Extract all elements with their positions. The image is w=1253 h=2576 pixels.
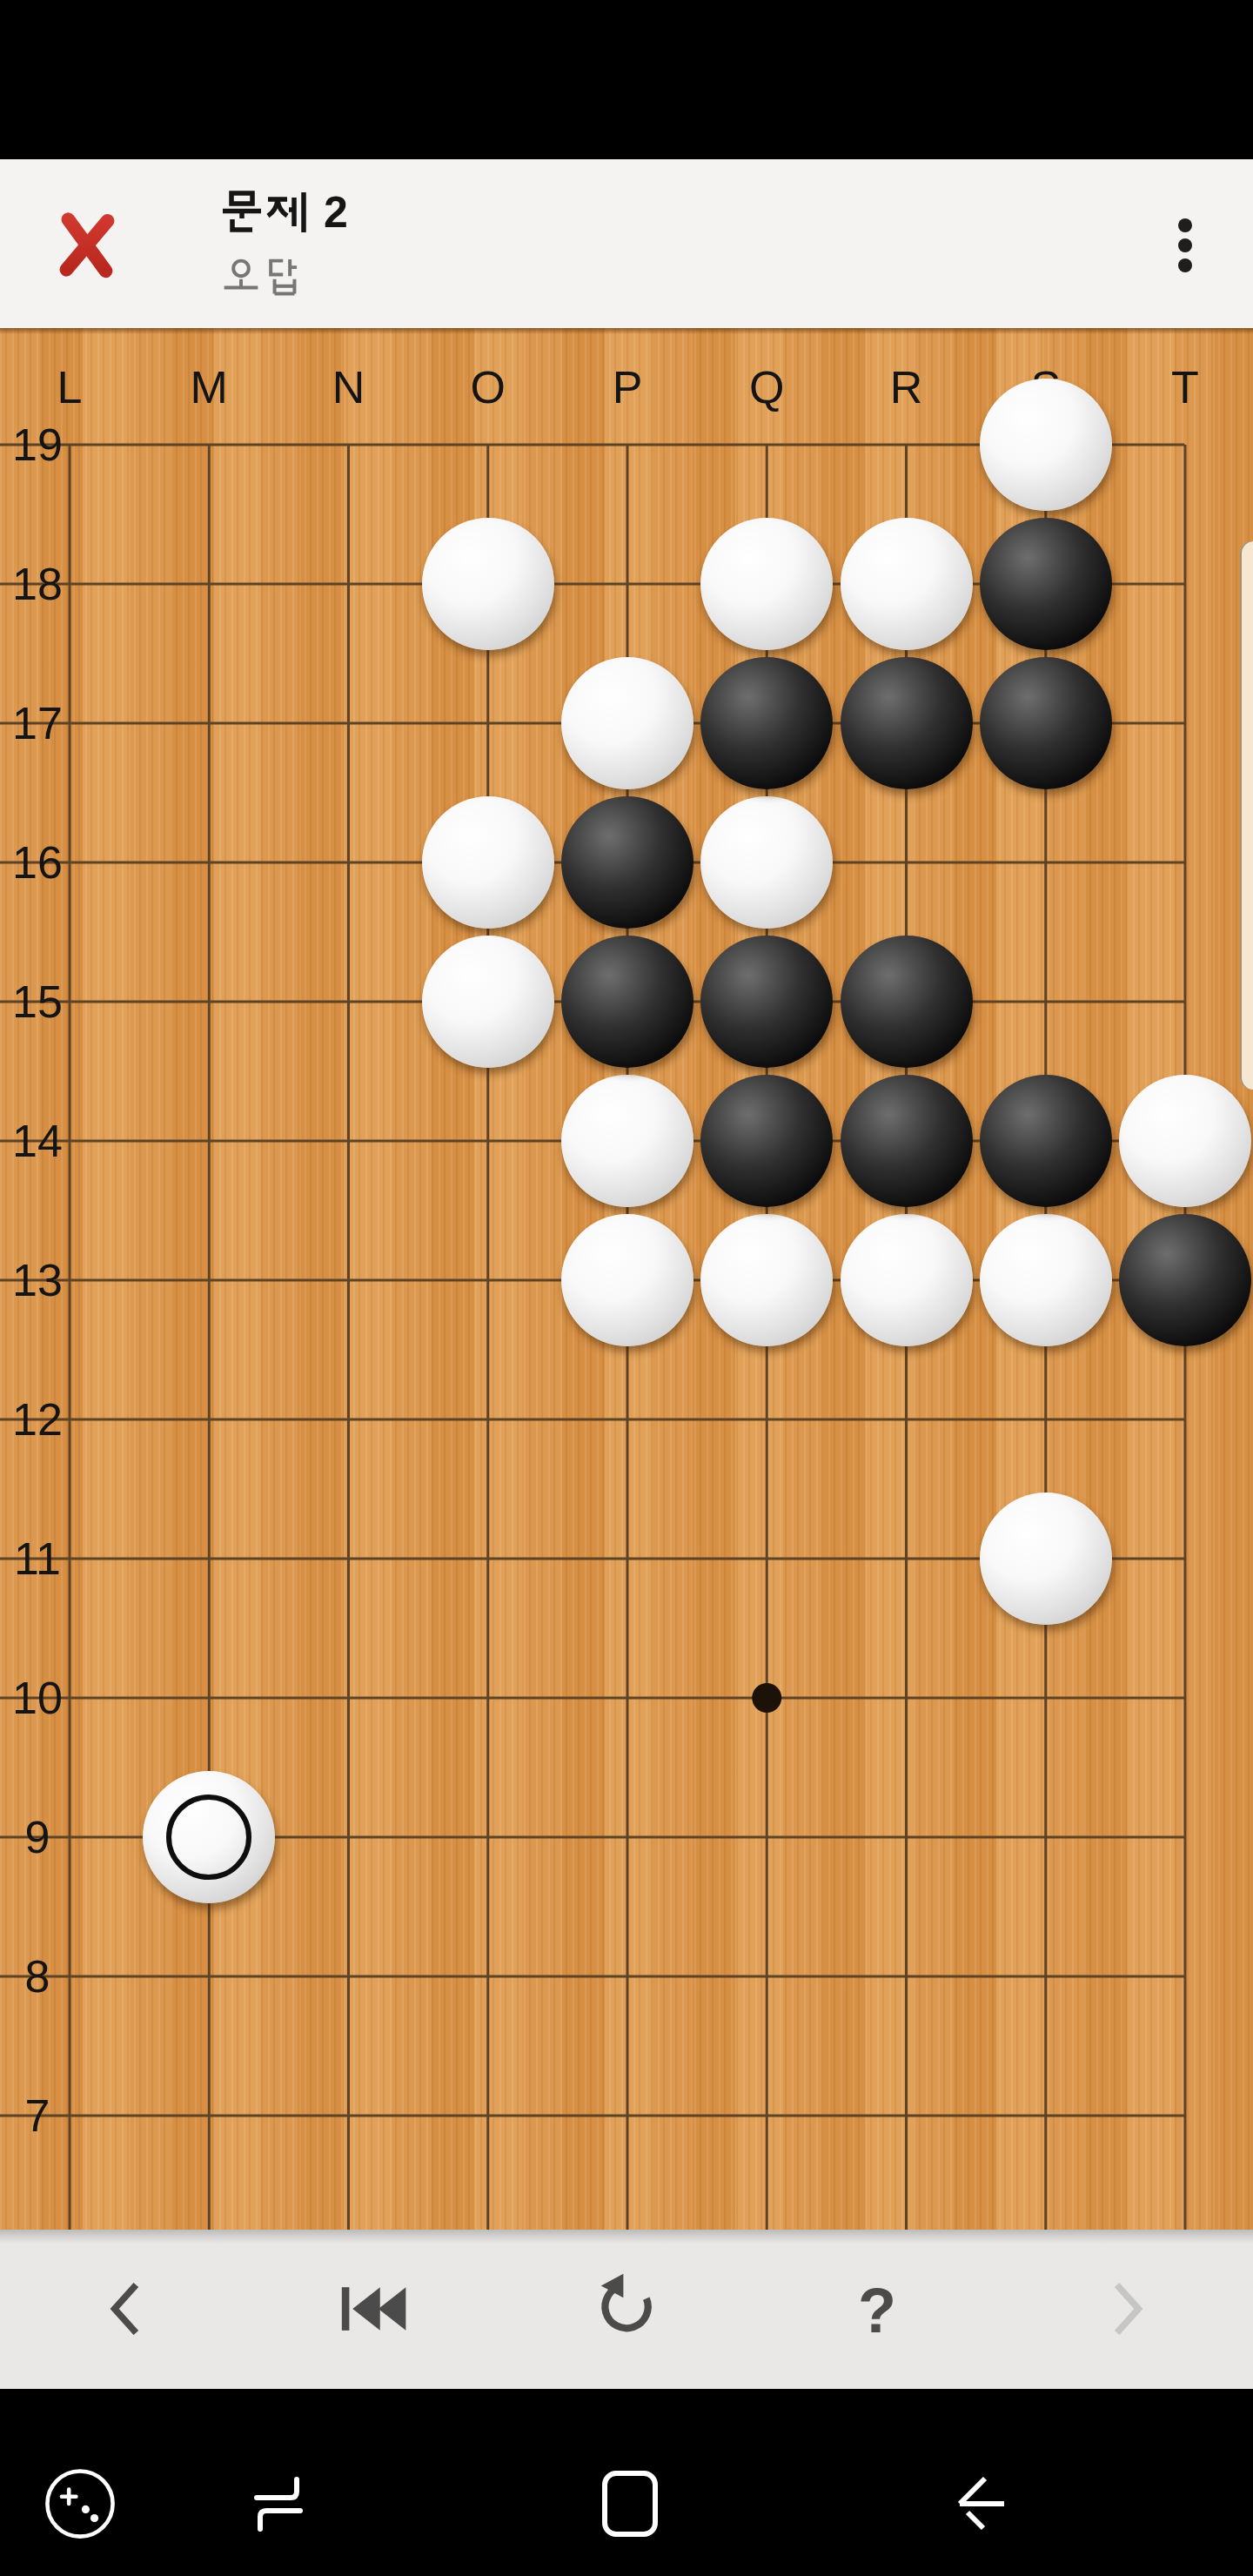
screen: 문제 2 2 오답 xyxy=(0,0,1253,2576)
game-tools-icon xyxy=(42,2465,118,2546)
stone-white[interactable] xyxy=(841,1214,973,1346)
stone-white[interactable] xyxy=(561,1075,694,1207)
home-icon xyxy=(593,2465,667,2546)
question-mark-icon: ? xyxy=(858,2279,896,2342)
android-nav-bar xyxy=(0,2389,1253,2576)
game-tools-button[interactable] xyxy=(38,2464,122,2547)
rewind-icon xyxy=(338,2276,413,2345)
stone-white[interactable] xyxy=(841,518,973,650)
stone-black[interactable] xyxy=(980,1075,1112,1207)
stone-white[interactable] xyxy=(143,1771,275,1903)
stone-white[interactable] xyxy=(980,1214,1112,1346)
stone-black[interactable] xyxy=(700,1075,833,1207)
chevron-right-icon xyxy=(1095,2276,1161,2345)
stone-white[interactable] xyxy=(422,518,554,650)
undo-icon xyxy=(590,2272,663,2349)
edge-scroll-handle[interactable] xyxy=(1240,541,1253,1090)
last-move-marker xyxy=(166,1794,251,1880)
status-subtitle: 오답 xyxy=(222,258,304,297)
stone-black[interactable] xyxy=(700,936,833,1068)
header: 문제 2 2 오답 xyxy=(0,159,1253,328)
stone-white[interactable] xyxy=(700,796,833,929)
stone-white[interactable] xyxy=(422,796,554,929)
home-button[interactable] xyxy=(588,2464,672,2547)
stones-grid xyxy=(0,375,1253,2185)
stone-black[interactable] xyxy=(841,1075,973,1207)
recents-button[interactable] xyxy=(237,2464,320,2547)
stone-white[interactable] xyxy=(700,1214,833,1346)
back-button[interactable] xyxy=(940,2464,1023,2547)
status-bar xyxy=(0,0,1253,159)
stone-white[interactable] xyxy=(561,657,694,789)
go-board[interactable]: LMNOPQRST19181716151413121110987 xyxy=(0,328,1253,2230)
stone-white[interactable] xyxy=(700,518,833,650)
stone-black[interactable] xyxy=(561,796,694,929)
close-icon xyxy=(53,209,121,284)
chevron-left-icon xyxy=(92,2276,158,2345)
stone-black[interactable] xyxy=(841,657,973,789)
title-number: 2 xyxy=(324,191,348,234)
overflow-menu-button[interactable] xyxy=(1147,207,1223,284)
overflow-menu-icon xyxy=(1178,218,1192,232)
rewind-to-start-button[interactable] xyxy=(319,2254,432,2367)
stone-white[interactable] xyxy=(1119,1075,1251,1207)
back-icon xyxy=(943,2465,1020,2546)
stone-black[interactable] xyxy=(700,657,833,789)
stone-black[interactable] xyxy=(980,657,1112,789)
stone-white[interactable] xyxy=(561,1214,694,1346)
page-title: 문제 2 2 xyxy=(220,191,348,234)
stone-black[interactable] xyxy=(841,936,973,1068)
close-button[interactable] xyxy=(49,208,125,285)
bottom-toolbar: ? xyxy=(0,2230,1253,2389)
next-button[interactable] xyxy=(1071,2254,1184,2367)
stone-black[interactable] xyxy=(980,518,1112,650)
stone-white[interactable] xyxy=(980,1493,1112,1625)
hangul-title-glyphs xyxy=(220,191,310,234)
help-button[interactable]: ? xyxy=(821,2254,934,2367)
stone-black[interactable] xyxy=(1119,1214,1251,1346)
recents-icon xyxy=(242,2467,315,2544)
stone-black[interactable] xyxy=(561,936,694,1068)
undo-button[interactable] xyxy=(570,2254,683,2367)
previous-button[interactable] xyxy=(69,2254,182,2367)
stone-white[interactable] xyxy=(422,936,554,1068)
stone-white[interactable] xyxy=(980,379,1112,511)
